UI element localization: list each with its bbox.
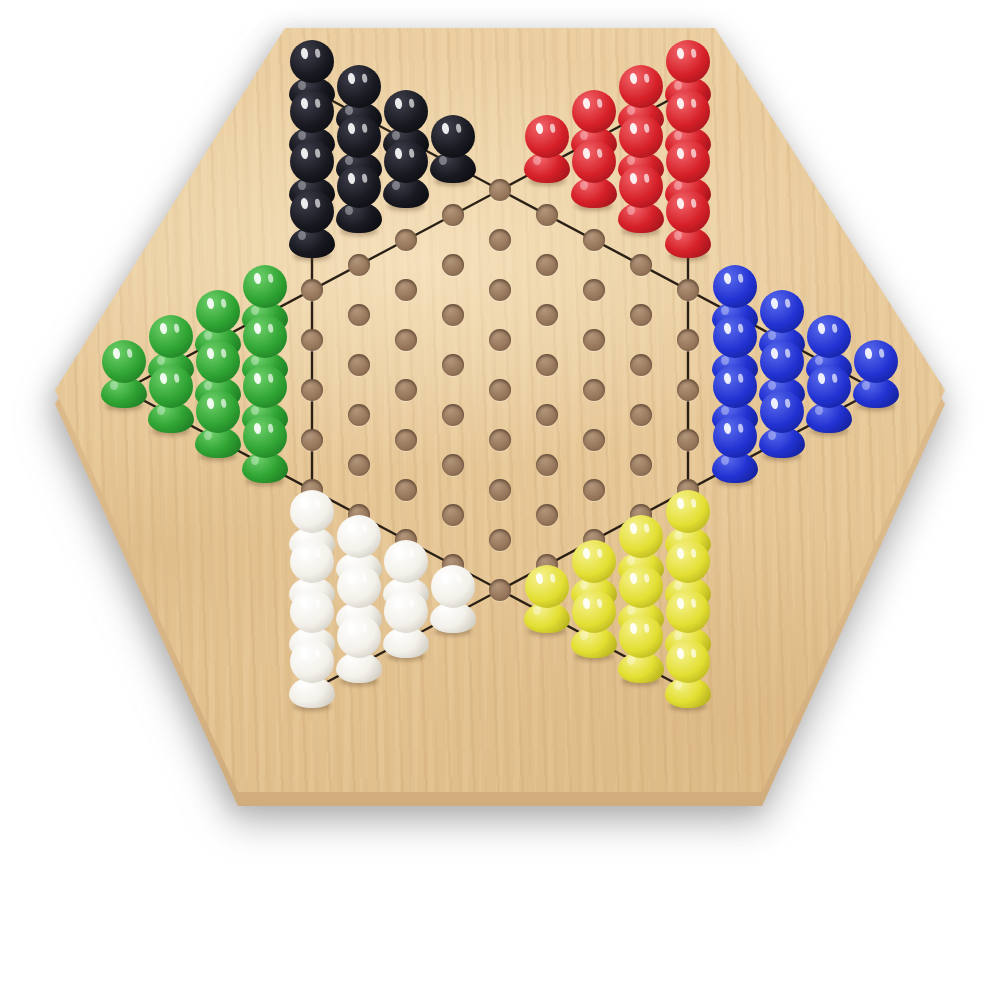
peg-red[interactable] xyxy=(618,165,664,233)
hole[interactable] xyxy=(630,354,652,376)
peg-black[interactable] xyxy=(336,165,382,233)
peg-yellow[interactable] xyxy=(665,640,711,708)
peg-head xyxy=(525,115,569,158)
peg-head xyxy=(619,65,663,108)
peg-head xyxy=(337,165,381,208)
hole[interactable] xyxy=(442,204,464,226)
hole[interactable] xyxy=(583,479,605,501)
board-shadow xyxy=(0,0,1000,1000)
peg-head xyxy=(572,140,616,183)
peg-red[interactable] xyxy=(571,140,617,208)
peg-white[interactable] xyxy=(336,615,382,683)
hole[interactable] xyxy=(677,279,699,301)
hole[interactable] xyxy=(536,454,558,476)
hole[interactable] xyxy=(395,279,417,301)
peg-red[interactable] xyxy=(524,115,570,183)
peg-head xyxy=(384,140,428,183)
hole[interactable] xyxy=(395,329,417,351)
peg-black[interactable] xyxy=(289,190,335,258)
peg-head xyxy=(337,115,381,158)
peg-head xyxy=(384,90,428,133)
hole[interactable] xyxy=(630,454,652,476)
peg-green[interactable] xyxy=(242,415,288,483)
peg-white[interactable] xyxy=(430,565,476,633)
peg-blue[interactable] xyxy=(853,340,899,408)
peg-head xyxy=(666,490,710,533)
hole[interactable] xyxy=(442,504,464,526)
hole[interactable] xyxy=(348,304,370,326)
peg-head xyxy=(619,515,663,558)
peg-head xyxy=(807,365,851,408)
hole[interactable] xyxy=(348,254,370,276)
peg-head xyxy=(149,365,193,408)
peg-yellow[interactable] xyxy=(618,615,664,683)
peg-head xyxy=(290,590,334,633)
hole[interactable] xyxy=(536,404,558,426)
peg-white[interactable] xyxy=(289,640,335,708)
hole[interactable] xyxy=(583,329,605,351)
peg-head xyxy=(243,265,287,308)
peg-head xyxy=(713,265,757,308)
peg-head xyxy=(102,340,146,383)
hole[interactable] xyxy=(630,304,652,326)
hole[interactable] xyxy=(489,379,511,401)
peg-head xyxy=(290,140,334,183)
peg-green[interactable] xyxy=(148,365,194,433)
peg-head xyxy=(337,565,381,608)
hole[interactable] xyxy=(348,404,370,426)
peg-yellow[interactable] xyxy=(524,565,570,633)
hole[interactable] xyxy=(489,329,511,351)
peg-head xyxy=(384,590,428,633)
hole[interactable] xyxy=(536,254,558,276)
peg-head xyxy=(243,365,287,408)
peg-head xyxy=(666,140,710,183)
hole[interactable] xyxy=(348,454,370,476)
hole[interactable] xyxy=(489,229,511,251)
hole[interactable] xyxy=(442,354,464,376)
peg-head xyxy=(619,165,663,208)
peg-head xyxy=(196,390,240,433)
peg-head xyxy=(619,565,663,608)
hole[interactable] xyxy=(583,279,605,301)
peg-head xyxy=(149,315,193,358)
hole[interactable] xyxy=(583,229,605,251)
peg-head xyxy=(290,490,334,533)
peg-head xyxy=(290,40,334,83)
peg-head xyxy=(337,65,381,108)
peg-head xyxy=(572,590,616,633)
peg-head xyxy=(760,290,804,333)
peg-head xyxy=(713,315,757,358)
peg-head xyxy=(243,315,287,358)
peg-head xyxy=(431,565,475,608)
peg-green[interactable] xyxy=(195,390,241,458)
peg-yellow[interactable] xyxy=(571,590,617,658)
hole[interactable] xyxy=(395,379,417,401)
hole[interactable] xyxy=(489,529,511,551)
hole[interactable] xyxy=(583,379,605,401)
peg-head xyxy=(666,540,710,583)
hole[interactable] xyxy=(536,504,558,526)
hole[interactable] xyxy=(489,179,511,201)
hole[interactable] xyxy=(536,354,558,376)
peg-head xyxy=(619,615,663,658)
peg-head xyxy=(290,540,334,583)
hole[interactable] xyxy=(442,454,464,476)
peg-head xyxy=(196,340,240,383)
peg-blue[interactable] xyxy=(759,390,805,458)
peg-head xyxy=(666,590,710,633)
hole[interactable] xyxy=(583,429,605,451)
peg-head xyxy=(619,115,663,158)
peg-blue[interactable] xyxy=(712,415,758,483)
hole[interactable] xyxy=(301,379,323,401)
hole[interactable] xyxy=(395,429,417,451)
peg-head xyxy=(807,315,851,358)
peg-head xyxy=(760,390,804,433)
peg-head xyxy=(384,540,428,583)
peg-green[interactable] xyxy=(101,340,147,408)
peg-white[interactable] xyxy=(383,590,429,658)
peg-head xyxy=(525,565,569,608)
peg-head xyxy=(337,615,381,658)
peg-head xyxy=(290,90,334,133)
peg-head xyxy=(196,290,240,333)
hole[interactable] xyxy=(677,429,699,451)
hole[interactable] xyxy=(536,204,558,226)
peg-head xyxy=(666,640,710,683)
peg-blue[interactable] xyxy=(806,365,852,433)
hole[interactable] xyxy=(301,429,323,451)
hole[interactable] xyxy=(677,379,699,401)
peg-head xyxy=(713,415,757,458)
hole[interactable] xyxy=(489,429,511,451)
peg-head xyxy=(666,190,710,233)
hole[interactable] xyxy=(301,329,323,351)
hole[interactable] xyxy=(395,479,417,501)
hole[interactable] xyxy=(395,229,417,251)
peg-head xyxy=(666,90,710,133)
hole[interactable] xyxy=(630,254,652,276)
product-photo-stage xyxy=(0,0,1000,1000)
peg-head xyxy=(572,90,616,133)
peg-head xyxy=(760,340,804,383)
peg-head xyxy=(713,365,757,408)
peg-head xyxy=(243,415,287,458)
peg-head xyxy=(431,115,475,158)
peg-head xyxy=(337,515,381,558)
peg-head xyxy=(666,40,710,83)
hole[interactable] xyxy=(489,579,511,601)
hole[interactable] xyxy=(442,404,464,426)
hole[interactable] xyxy=(301,279,323,301)
peg-black[interactable] xyxy=(430,115,476,183)
peg-head xyxy=(854,340,898,383)
hole[interactable] xyxy=(489,479,511,501)
hole[interactable] xyxy=(442,254,464,276)
chinese-checkers-board xyxy=(0,0,1000,1000)
peg-red[interactable] xyxy=(665,190,711,258)
hole[interactable] xyxy=(677,329,699,351)
hole[interactable] xyxy=(442,304,464,326)
hole[interactable] xyxy=(348,354,370,376)
peg-head xyxy=(572,540,616,583)
peg-black[interactable] xyxy=(383,140,429,208)
peg-head xyxy=(290,190,334,233)
peg-head xyxy=(290,640,334,683)
hole[interactable] xyxy=(630,404,652,426)
hole[interactable] xyxy=(489,279,511,301)
hole[interactable] xyxy=(536,304,558,326)
